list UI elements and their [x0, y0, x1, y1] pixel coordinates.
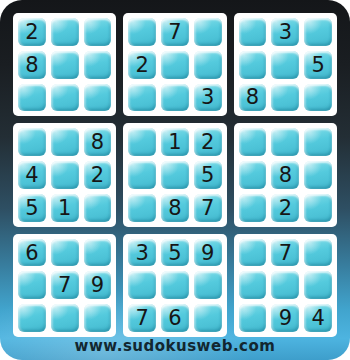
cell-r6c7[interactable] — [239, 194, 267, 222]
cell-r3c4[interactable] — [128, 84, 156, 112]
cell-r8c7[interactable] — [239, 271, 267, 299]
cell-r9c5[interactable]: 6 — [161, 304, 189, 332]
cell-r5c9[interactable] — [304, 161, 332, 189]
cell-r3c2[interactable] — [51, 84, 79, 112]
cell-r9c2[interactable] — [51, 304, 79, 332]
cell-r2c5[interactable] — [161, 51, 189, 79]
cell-r7c9[interactable] — [304, 239, 332, 267]
cell-r5c1[interactable]: 4 — [18, 161, 46, 189]
cell-r6c2[interactable]: 1 — [51, 194, 79, 222]
cell-r1c2[interactable] — [51, 18, 79, 46]
cell-r4c9[interactable] — [304, 128, 332, 156]
cell-r3c5[interactable] — [161, 84, 189, 112]
cell-r9c7[interactable] — [239, 304, 267, 332]
box-3-1: 679 — [13, 234, 116, 337]
cell-r3c3[interactable] — [84, 84, 112, 112]
cell-r8c4[interactable] — [128, 271, 156, 299]
cell-r1c9[interactable] — [304, 18, 332, 46]
cell-r2c2[interactable] — [51, 51, 79, 79]
box-1-1: 28 — [13, 13, 116, 116]
cell-r6c9[interactable] — [304, 194, 332, 222]
cell-r4c2[interactable] — [51, 128, 79, 156]
cell-r6c8[interactable]: 2 — [271, 194, 299, 222]
cell-r4c1[interactable] — [18, 128, 46, 156]
cell-r2c9[interactable]: 5 — [304, 51, 332, 79]
cell-r7c3[interactable] — [84, 239, 112, 267]
cell-r4c8[interactable] — [271, 128, 299, 156]
cell-r3c6[interactable]: 3 — [194, 84, 222, 112]
cell-r9c6[interactable] — [194, 304, 222, 332]
cell-r4c6[interactable]: 2 — [194, 128, 222, 156]
cell-r7c1[interactable]: 6 — [18, 239, 46, 267]
box-2-1: 84251 — [13, 123, 116, 226]
cell-r5c5[interactable] — [161, 161, 189, 189]
cell-r2c7[interactable] — [239, 51, 267, 79]
sudoku-board: 2872335884251125878267935976794 — [13, 13, 337, 337]
cell-r2c6[interactable] — [194, 51, 222, 79]
cell-r1c1[interactable]: 2 — [18, 18, 46, 46]
cell-r6c4[interactable] — [128, 194, 156, 222]
cell-r7c4[interactable]: 3 — [128, 239, 156, 267]
cell-r2c8[interactable] — [271, 51, 299, 79]
cell-r1c8[interactable]: 3 — [271, 18, 299, 46]
cell-r9c3[interactable] — [84, 304, 112, 332]
cell-r8c8[interactable] — [271, 271, 299, 299]
cell-r7c5[interactable]: 5 — [161, 239, 189, 267]
cell-r2c1[interactable]: 8 — [18, 51, 46, 79]
cell-r9c1[interactable] — [18, 304, 46, 332]
box-2-2: 12587 — [123, 123, 226, 226]
cell-r8c9[interactable] — [304, 271, 332, 299]
cell-r4c3[interactable]: 8 — [84, 128, 112, 156]
cell-r3c9[interactable] — [304, 84, 332, 112]
cell-r9c8[interactable]: 9 — [271, 304, 299, 332]
cell-r3c7[interactable]: 8 — [239, 84, 267, 112]
box-1-2: 723 — [123, 13, 226, 116]
cell-r6c1[interactable]: 5 — [18, 194, 46, 222]
cell-r1c4[interactable] — [128, 18, 156, 46]
cell-r8c5[interactable] — [161, 271, 189, 299]
cell-r5c4[interactable] — [128, 161, 156, 189]
box-1-3: 358 — [234, 13, 337, 116]
cell-r2c4[interactable]: 2 — [128, 51, 156, 79]
cell-r3c1[interactable] — [18, 84, 46, 112]
footer-site-link[interactable]: www.sudokusweb.com — [0, 337, 350, 355]
cell-r7c8[interactable]: 7 — [271, 239, 299, 267]
cell-r6c5[interactable]: 8 — [161, 194, 189, 222]
cell-r4c4[interactable] — [128, 128, 156, 156]
cell-r8c6[interactable] — [194, 271, 222, 299]
box-2-3: 82 — [234, 123, 337, 226]
cell-r1c5[interactable]: 7 — [161, 18, 189, 46]
cell-r8c2[interactable]: 7 — [51, 271, 79, 299]
cell-r9c4[interactable]: 7 — [128, 304, 156, 332]
cell-r6c6[interactable]: 7 — [194, 194, 222, 222]
cell-r7c7[interactable] — [239, 239, 267, 267]
sudoku-frame: 2872335884251125878267935976794 www.sudo… — [0, 0, 350, 360]
cell-r6c3[interactable] — [84, 194, 112, 222]
box-3-2: 35976 — [123, 234, 226, 337]
cell-r1c7[interactable] — [239, 18, 267, 46]
cell-r3c8[interactable] — [271, 84, 299, 112]
cell-r4c7[interactable] — [239, 128, 267, 156]
cell-r1c6[interactable] — [194, 18, 222, 46]
cell-r4c5[interactable]: 1 — [161, 128, 189, 156]
cell-r9c9[interactable]: 4 — [304, 304, 332, 332]
cell-r2c3[interactable] — [84, 51, 112, 79]
cell-r5c8[interactable]: 8 — [271, 161, 299, 189]
cell-r5c3[interactable]: 2 — [84, 161, 112, 189]
cell-r5c6[interactable]: 5 — [194, 161, 222, 189]
cell-r8c1[interactable] — [18, 271, 46, 299]
cell-r5c2[interactable] — [51, 161, 79, 189]
cell-r1c3[interactable] — [84, 18, 112, 46]
cell-r7c2[interactable] — [51, 239, 79, 267]
cell-r5c7[interactable] — [239, 161, 267, 189]
cell-r7c6[interactable]: 9 — [194, 239, 222, 267]
cell-r8c3[interactable]: 9 — [84, 271, 112, 299]
box-3-3: 794 — [234, 234, 337, 337]
